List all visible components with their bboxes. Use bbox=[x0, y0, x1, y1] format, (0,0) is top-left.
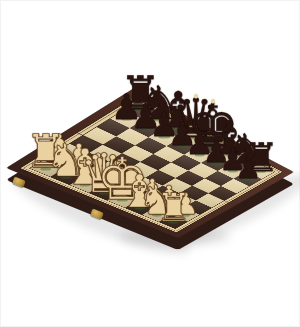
black-king-cream-finial bbox=[211, 99, 215, 104]
black-queen-cream-finial bbox=[194, 93, 198, 98]
chess-set-product-photo[interactable]: ♜♟♞♟♝♟♛♟♚♟♝♟♟♞♜♟♟♜♞♟♟♝♟♛♟♚♟♟♝♟♞♜ bbox=[0, 0, 300, 327]
